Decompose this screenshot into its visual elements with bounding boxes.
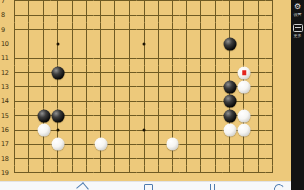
board-cell[interactable] [194, 51, 208, 65]
board-cell[interactable] [65, 66, 79, 80]
row-label: 12 [1, 69, 10, 77]
board-cell[interactable] [251, 8, 265, 22]
board-cell[interactable] [194, 37, 208, 51]
board-cell[interactable] [137, 80, 151, 94]
board-cell[interactable] [36, 51, 50, 65]
board-cell[interactable] [122, 94, 136, 108]
board-cell[interactable] [108, 109, 122, 123]
board-cell[interactable] [137, 151, 151, 165]
black-stone [223, 38, 236, 51]
board-cell[interactable] [22, 109, 36, 123]
board-cell[interactable] [266, 123, 280, 137]
board-cell[interactable] [36, 123, 50, 137]
board-cell[interactable] [137, 137, 151, 151]
board-cell[interactable] [237, 23, 251, 37]
board-cell[interactable] [51, 80, 65, 94]
board-cell[interactable] [266, 137, 280, 151]
row-label: 18 [1, 155, 10, 163]
board-cell[interactable] [65, 0, 79, 8]
gear-icon: ⚙ [294, 2, 301, 11]
board-cell[interactable] [180, 80, 194, 94]
board-cell[interactable] [65, 23, 79, 37]
board-cell[interactable] [65, 137, 79, 151]
black-stone [223, 109, 236, 122]
board-cell[interactable] [165, 66, 179, 80]
white-stone [94, 138, 107, 151]
board-cell[interactable] [94, 94, 108, 108]
board-cell[interactable] [137, 51, 151, 65]
board-cell[interactable] [94, 80, 108, 94]
board-cell[interactable] [165, 51, 179, 65]
board-cell[interactable] [22, 66, 36, 80]
board-cell[interactable] [65, 37, 79, 51]
board-cell[interactable] [208, 66, 222, 80]
board-cell[interactable] [251, 166, 265, 180]
board-cell[interactable] [194, 66, 208, 80]
white-stone [238, 109, 251, 122]
settings-button[interactable]: ⚙ 设置 [293, 2, 302, 17]
board-cell[interactable] [180, 151, 194, 165]
board-cell[interactable] [22, 151, 36, 165]
board-cell[interactable] [122, 123, 136, 137]
board-cell[interactable] [151, 123, 165, 137]
board-cell[interactable] [251, 66, 265, 80]
board-cell[interactable] [22, 37, 36, 51]
board-cell[interactable] [165, 37, 179, 51]
board-cell[interactable] [94, 109, 108, 123]
board-cell[interactable] [208, 137, 222, 151]
board-cell[interactable] [165, 8, 179, 22]
row-label: 8 [1, 11, 10, 19]
board-cell[interactable] [36, 166, 50, 180]
board-cell[interactable] [108, 137, 122, 151]
board-cell[interactable] [237, 166, 251, 180]
board-cell[interactable] [266, 8, 280, 22]
board-cell[interactable] [223, 151, 237, 165]
board-cell[interactable] [51, 166, 65, 180]
board-cell[interactable] [194, 137, 208, 151]
board-cell[interactable] [65, 166, 79, 180]
black-stone [51, 66, 64, 79]
board-cell[interactable] [180, 166, 194, 180]
board-cell[interactable] [180, 137, 194, 151]
last-move-marker [242, 70, 247, 75]
board-cell[interactable] [165, 123, 179, 137]
board-cell[interactable] [36, 8, 50, 22]
board-cell[interactable] [180, 109, 194, 123]
board-cell[interactable] [208, 51, 222, 65]
panel-icon [293, 24, 303, 32]
go-board[interactable]: 78910111213141516171819 [0, 0, 291, 182]
board-cell[interactable] [180, 37, 194, 51]
board-cell[interactable] [108, 123, 122, 137]
board-cell[interactable] [266, 51, 280, 65]
board-cell[interactable] [180, 0, 194, 8]
board-cell[interactable] [251, 94, 265, 108]
board-cell[interactable] [251, 151, 265, 165]
board-cell[interactable] [223, 23, 237, 37]
board-cell[interactable] [208, 94, 222, 108]
board-cell[interactable] [208, 8, 222, 22]
board-cell[interactable] [79, 137, 93, 151]
board-cell[interactable] [151, 37, 165, 51]
board-cell[interactable] [208, 123, 222, 137]
board-cell[interactable] [151, 151, 165, 165]
board-cell[interactable] [137, 166, 151, 180]
board-cell[interactable] [65, 51, 79, 65]
more-button[interactable]: 更多 [293, 23, 303, 38]
board-cell[interactable] [22, 23, 36, 37]
board-cell[interactable] [22, 137, 36, 151]
board-cell[interactable] [180, 123, 194, 137]
board-cell[interactable] [223, 0, 237, 8]
board-cell[interactable] [194, 80, 208, 94]
right-sidebar: ⚙ 设置 更多 [291, 0, 304, 190]
board-cell[interactable] [122, 137, 136, 151]
white-stone [51, 138, 64, 151]
board-cell[interactable] [251, 109, 265, 123]
board-cell[interactable] [122, 109, 136, 123]
board-cell[interactable] [223, 109, 237, 123]
board-cell[interactable] [122, 8, 136, 22]
board-cell[interactable] [194, 123, 208, 137]
board-cell[interactable] [79, 0, 93, 8]
board-cell[interactable] [223, 137, 237, 151]
board-cell[interactable] [208, 80, 222, 94]
row-label: 13 [1, 83, 10, 91]
board-cell[interactable] [223, 166, 237, 180]
row-label: 7 [1, 0, 10, 5]
board-cell[interactable] [79, 166, 93, 180]
black-stone [223, 95, 236, 108]
board-cell[interactable] [94, 51, 108, 65]
board-cell[interactable] [208, 109, 222, 123]
board-cell[interactable] [137, 94, 151, 108]
board-cell[interactable] [237, 8, 251, 22]
row-label: 14 [1, 97, 10, 105]
board-cell[interactable] [22, 8, 36, 22]
row-label: 17 [1, 140, 10, 148]
board-cell[interactable] [180, 66, 194, 80]
board-cell[interactable] [251, 51, 265, 65]
board-cell[interactable] [108, 80, 122, 94]
board-cell[interactable] [151, 66, 165, 80]
board-cell[interactable] [65, 80, 79, 94]
go-app-window: 78910111213141516171819 ⚙ 设置 更多 [0, 0, 304, 190]
board-cell[interactable] [266, 94, 280, 108]
row-label: 9 [1, 26, 10, 34]
board-cell[interactable] [266, 23, 280, 37]
board-cell[interactable] [194, 0, 208, 8]
board-cell[interactable] [151, 23, 165, 37]
board-cell[interactable] [151, 137, 165, 151]
board-cell[interactable] [208, 0, 222, 8]
board-cell[interactable] [165, 80, 179, 94]
board-cell[interactable] [266, 37, 280, 51]
board-cell[interactable] [36, 80, 50, 94]
board-cell[interactable] [165, 166, 179, 180]
board-cell[interactable] [108, 166, 122, 180]
board-cell[interactable] [94, 0, 108, 8]
board-cell[interactable] [251, 0, 265, 8]
board-cell[interactable] [108, 23, 122, 37]
board-cell[interactable] [137, 8, 151, 22]
board-cell[interactable] [237, 0, 251, 8]
white-stone [238, 124, 251, 137]
board-cell[interactable] [237, 66, 251, 80]
board-cell[interactable] [223, 66, 237, 80]
row-label: 10 [1, 40, 10, 48]
more-label: 更多 [293, 33, 301, 38]
board-cell[interactable] [108, 37, 122, 51]
board-cell[interactable] [36, 94, 50, 108]
board-cell[interactable] [79, 80, 93, 94]
board-cell[interactable] [165, 151, 179, 165]
board-cell[interactable] [122, 23, 136, 37]
board-cell[interactable] [122, 0, 136, 8]
board-cell[interactable] [194, 109, 208, 123]
board-cell[interactable] [151, 109, 165, 123]
board-cell[interactable] [22, 94, 36, 108]
board-cell[interactable] [151, 8, 165, 22]
board-cell[interactable] [151, 51, 165, 65]
board-cell[interactable] [237, 109, 251, 123]
board-cell[interactable] [194, 94, 208, 108]
board-cell[interactable] [94, 23, 108, 37]
board-cell[interactable] [79, 37, 93, 51]
board-cell[interactable] [79, 94, 93, 108]
board-cell[interactable] [237, 94, 251, 108]
white-stone [166, 138, 179, 151]
row-label: 15 [1, 112, 10, 120]
board-cell[interactable] [22, 51, 36, 65]
board-cell[interactable] [151, 166, 165, 180]
board-cell[interactable] [223, 51, 237, 65]
row-label: 19 [1, 169, 10, 177]
board-cell[interactable] [122, 80, 136, 94]
board-cell[interactable] [108, 8, 122, 22]
board-cell[interactable] [223, 123, 237, 137]
board-cell[interactable] [266, 66, 280, 80]
board-cell[interactable] [194, 8, 208, 22]
board-cell[interactable] [51, 151, 65, 165]
board-cell[interactable] [65, 151, 79, 165]
board-cell[interactable] [108, 51, 122, 65]
board-cell[interactable] [36, 137, 50, 151]
arrows-icon[interactable] [209, 184, 217, 190]
board-cell[interactable] [79, 151, 93, 165]
board-cell[interactable] [79, 23, 93, 37]
board-cell[interactable] [108, 66, 122, 80]
board-cell[interactable] [79, 109, 93, 123]
board-cell[interactable] [22, 80, 36, 94]
board-cell[interactable] [36, 109, 50, 123]
board-cell[interactable] [165, 109, 179, 123]
board-cell[interactable] [22, 0, 36, 8]
white-stone [238, 81, 251, 94]
board-cell[interactable] [180, 23, 194, 37]
board-cell[interactable] [223, 80, 237, 94]
board-cell[interactable] [65, 123, 79, 137]
settings-label: 设置 [293, 12, 301, 17]
paper-plane-icon[interactable] [76, 182, 89, 190]
board-cell[interactable] [266, 80, 280, 94]
white-stone [238, 66, 251, 79]
board-cell[interactable] [251, 123, 265, 137]
board-cell[interactable] [151, 80, 165, 94]
board-cell[interactable] [208, 23, 222, 37]
board-cell[interactable] [65, 94, 79, 108]
board-cell[interactable] [51, 37, 65, 51]
board-cell[interactable] [165, 94, 179, 108]
board-cell[interactable] [137, 0, 151, 8]
board-cell[interactable] [237, 137, 251, 151]
board-cell[interactable] [237, 51, 251, 65]
board-cell[interactable] [194, 23, 208, 37]
curve-icon[interactable] [273, 183, 286, 190]
board-cell[interactable] [180, 8, 194, 22]
board-cell[interactable] [165, 23, 179, 37]
board-cell[interactable] [22, 166, 36, 180]
board-cell[interactable] [36, 151, 50, 165]
board-cell[interactable] [137, 123, 151, 137]
board-cell[interactable] [137, 109, 151, 123]
board-cell[interactable] [79, 123, 93, 137]
board-cell[interactable] [251, 80, 265, 94]
board-cell[interactable] [94, 137, 108, 151]
black-stone [223, 81, 236, 94]
board-cell[interactable] [151, 94, 165, 108]
board-cell[interactable] [237, 37, 251, 51]
go-grid [8, 0, 280, 180]
board-cell[interactable] [122, 166, 136, 180]
board-cell[interactable] [180, 51, 194, 65]
board-cell[interactable] [51, 66, 65, 80]
board-cell[interactable] [51, 51, 65, 65]
board-cell[interactable] [108, 94, 122, 108]
board-cell[interactable] [208, 151, 222, 165]
board-cell[interactable] [51, 94, 65, 108]
board-cell[interactable] [266, 109, 280, 123]
board-cell[interactable] [251, 137, 265, 151]
white-stone [223, 124, 236, 137]
row-label: 11 [1, 54, 10, 62]
board-cell[interactable] [208, 37, 222, 51]
board-cell[interactable] [137, 66, 151, 80]
board-cell[interactable] [51, 0, 65, 8]
board-cell[interactable] [65, 109, 79, 123]
board-cell[interactable] [165, 137, 179, 151]
board-cell[interactable] [22, 123, 36, 137]
board-cell[interactable] [237, 151, 251, 165]
board-cell[interactable] [208, 166, 222, 180]
board-cell[interactable] [237, 123, 251, 137]
board-cell[interactable] [266, 151, 280, 165]
board-cell[interactable] [79, 8, 93, 22]
board-cell[interactable] [223, 8, 237, 22]
board-cell[interactable] [266, 0, 280, 8]
board-cell[interactable] [36, 66, 50, 80]
board-cell[interactable] [137, 23, 151, 37]
board-cell[interactable] [223, 94, 237, 108]
board-cell[interactable] [108, 0, 122, 8]
board-cell[interactable] [65, 8, 79, 22]
board-cell[interactable] [251, 37, 265, 51]
bottom-toolbar [0, 181, 291, 190]
board-cell[interactable] [94, 166, 108, 180]
board-cell[interactable] [223, 37, 237, 51]
board-cell[interactable] [94, 123, 108, 137]
board-cell[interactable] [36, 0, 50, 8]
board-cell[interactable] [79, 66, 93, 80]
black-stone [37, 109, 50, 122]
white-stone [37, 124, 50, 137]
board-cell[interactable] [180, 94, 194, 108]
board-cell[interactable] [51, 123, 65, 137]
board-cell[interactable] [266, 166, 280, 180]
row-label: 16 [1, 126, 10, 134]
board-cell[interactable] [122, 151, 136, 165]
board-cell[interactable] [51, 23, 65, 37]
board-cell[interactable] [36, 37, 50, 51]
board-cell[interactable] [194, 166, 208, 180]
board-cell[interactable] [122, 51, 136, 65]
board-cell[interactable] [251, 23, 265, 37]
black-stone [51, 109, 64, 122]
board-cell[interactable] [151, 0, 165, 8]
board-cell[interactable] [51, 8, 65, 22]
board-cell[interactable] [51, 137, 65, 151]
board-cell[interactable] [165, 0, 179, 8]
board-cell[interactable] [94, 37, 108, 51]
board-cell[interactable] [122, 66, 136, 80]
board-cell[interactable] [137, 37, 151, 51]
board-cell[interactable] [108, 151, 122, 165]
board-cell[interactable] [94, 8, 108, 22]
board-cell[interactable] [51, 109, 65, 123]
board-cell[interactable] [237, 80, 251, 94]
board-cell[interactable] [122, 37, 136, 51]
board-cell[interactable] [94, 151, 108, 165]
board-icon[interactable] [144, 184, 153, 190]
board-cell[interactable] [194, 151, 208, 165]
board-cell[interactable] [79, 51, 93, 65]
board-cell[interactable] [94, 66, 108, 80]
board-cell[interactable] [36, 23, 50, 37]
